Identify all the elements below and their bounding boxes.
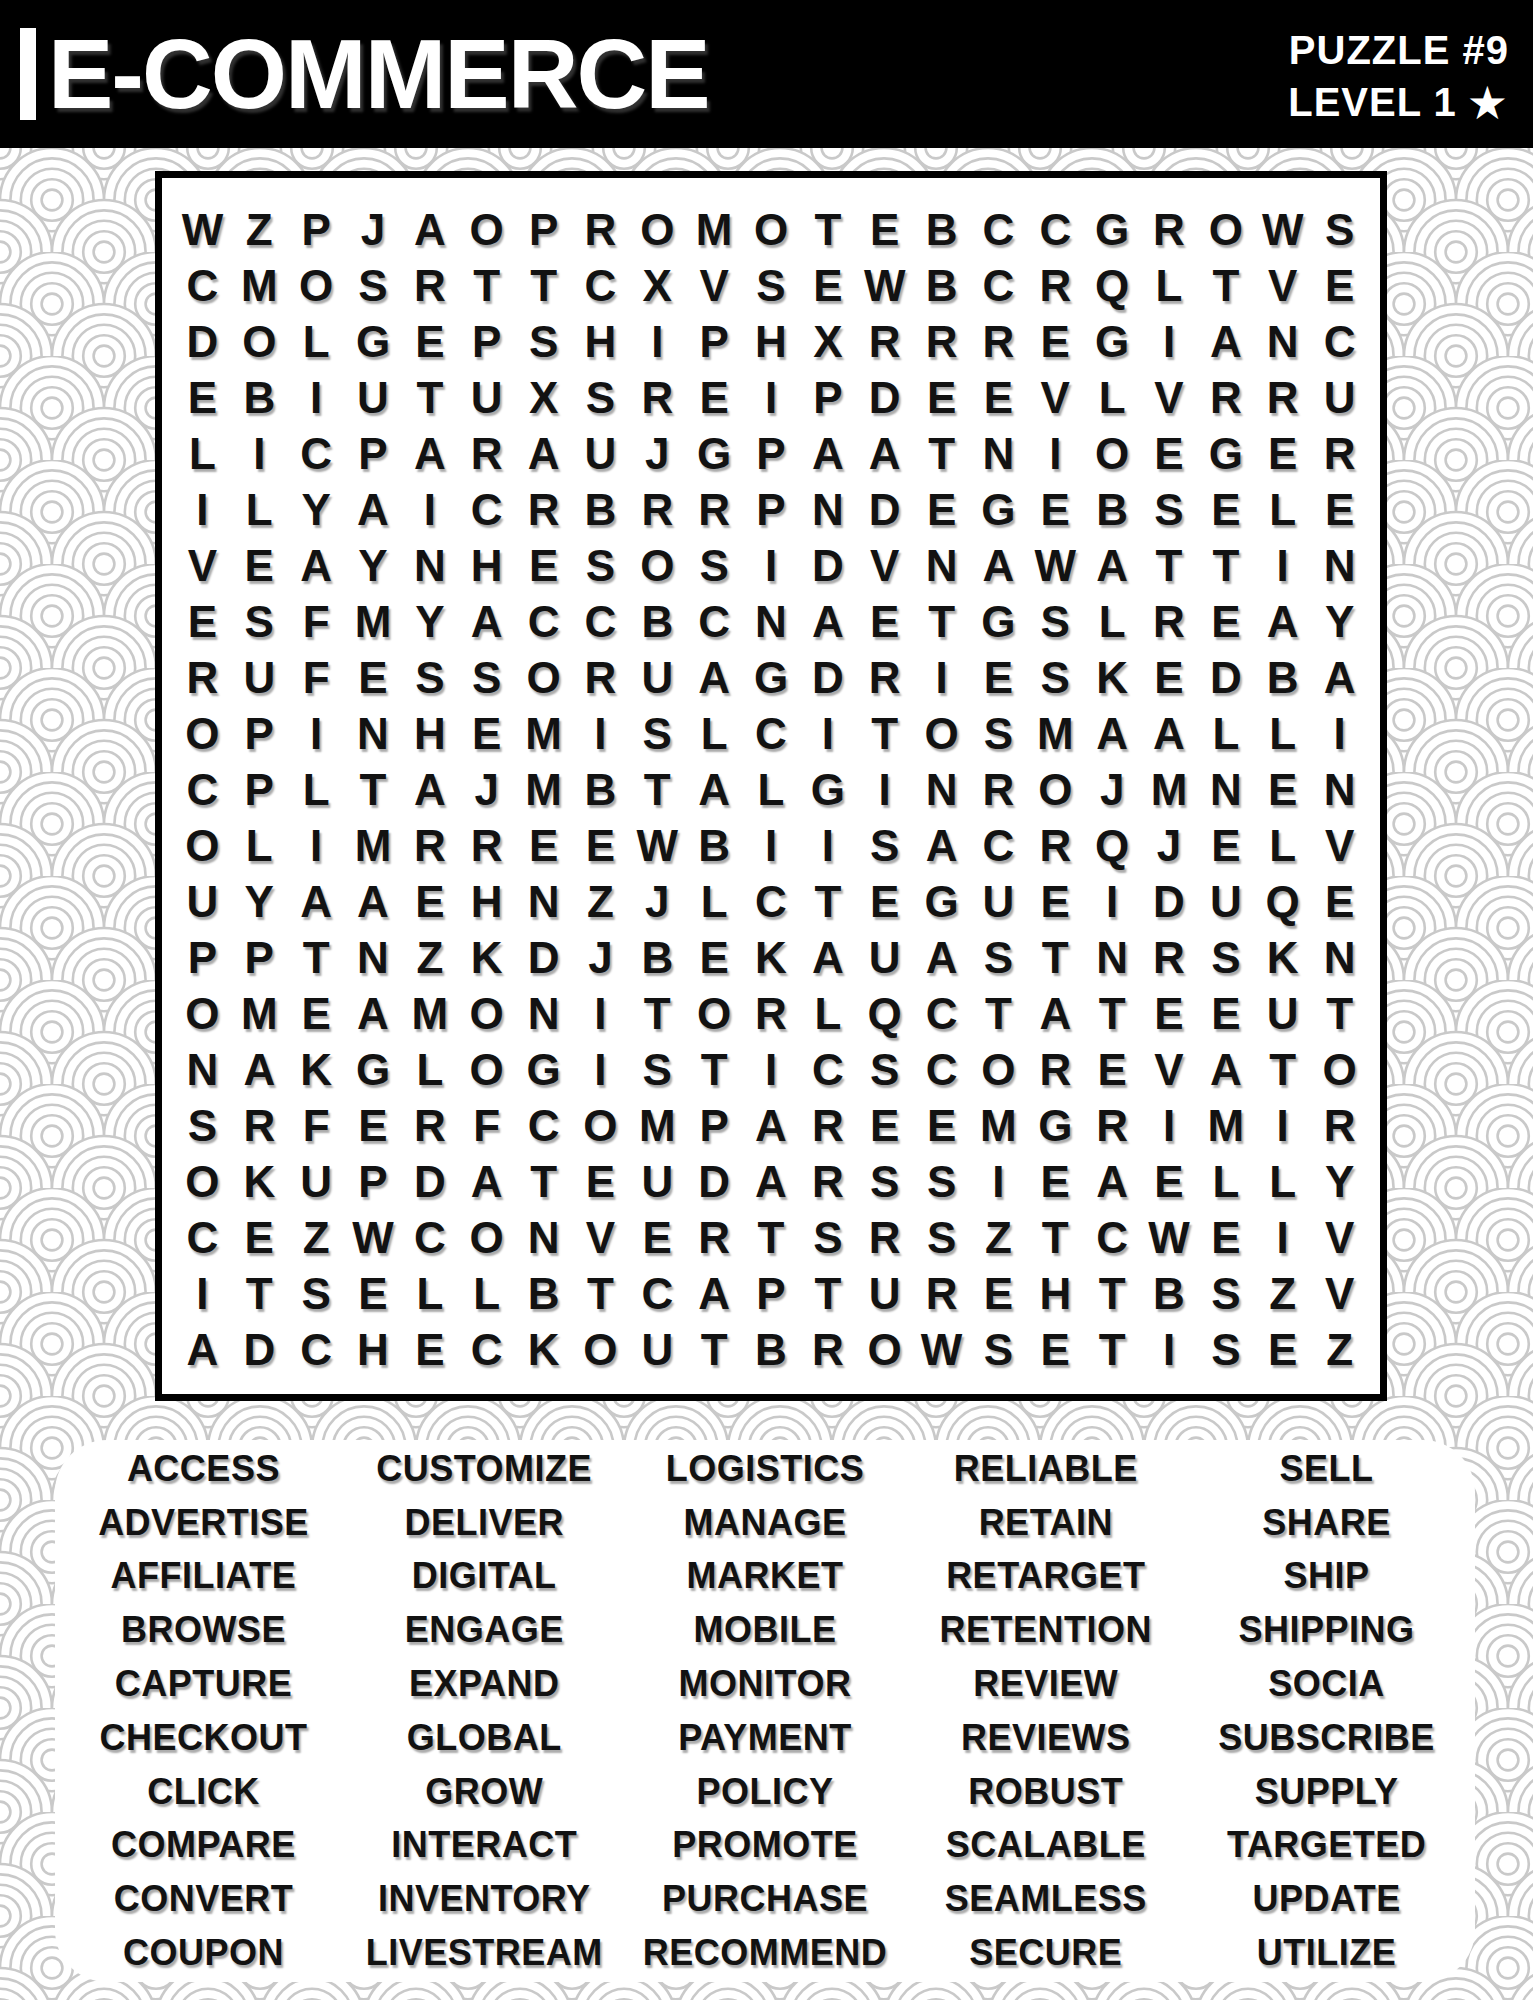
grid-cell-r18c18[interactable]: E — [1141, 1154, 1198, 1210]
grid-cell-r11c15[interactable]: R — [970, 762, 1027, 818]
grid-cell-r1c7[interactable]: P — [515, 202, 572, 258]
grid-cell-r19c14[interactable]: S — [913, 1210, 970, 1266]
grid-cell-r17c16[interactable]: G — [1027, 1098, 1084, 1154]
grid-cell-r18c21[interactable]: Y — [1311, 1154, 1368, 1210]
grid-cell-r19c6[interactable]: O — [458, 1210, 515, 1266]
grid-cell-r16c5[interactable]: L — [401, 1042, 458, 1098]
grid-cell-r20c16[interactable]: H — [1027, 1266, 1084, 1322]
grid-cell-r2c19[interactable]: T — [1197, 258, 1254, 314]
grid-cell-r1c9[interactable]: O — [629, 202, 686, 258]
grid-cell-r14c2[interactable]: P — [231, 930, 288, 986]
grid-cell-r9c9[interactable]: U — [629, 650, 686, 706]
grid-cell-r2c20[interactable]: V — [1254, 258, 1311, 314]
grid-cell-r6c8[interactable]: B — [572, 482, 629, 538]
grid-cell-r1c19[interactable]: O — [1197, 202, 1254, 258]
grid-cell-r16c18[interactable]: V — [1141, 1042, 1198, 1098]
grid-cell-r8c16[interactable]: S — [1027, 594, 1084, 650]
grid-cell-r8c19[interactable]: E — [1197, 594, 1254, 650]
grid-cell-r10c20[interactable]: L — [1254, 706, 1311, 762]
grid-cell-r21c4[interactable]: H — [345, 1322, 402, 1378]
grid-cell-r15c10[interactable]: O — [686, 986, 743, 1042]
grid-cell-r11c13[interactable]: I — [856, 762, 913, 818]
grid-cell-r2c8[interactable]: C — [572, 258, 629, 314]
grid-cell-r12c16[interactable]: R — [1027, 818, 1084, 874]
grid-cell-r9c21[interactable]: A — [1311, 650, 1368, 706]
grid-cell-r10c15[interactable]: S — [970, 706, 1027, 762]
grid-cell-r17c7[interactable]: C — [515, 1098, 572, 1154]
grid-cell-r19c19[interactable]: E — [1197, 1210, 1254, 1266]
grid-cell-r5c10[interactable]: G — [686, 426, 743, 482]
grid-cell-r21c9[interactable]: U — [629, 1322, 686, 1378]
grid-cell-r3c1[interactable]: D — [174, 314, 231, 370]
grid-cell-r13c8[interactable]: Z — [572, 874, 629, 930]
grid-cell-r20c13[interactable]: U — [856, 1266, 913, 1322]
grid-cell-r13c1[interactable]: U — [174, 874, 231, 930]
grid-cell-r10c1[interactable]: O — [174, 706, 231, 762]
grid-cell-r6c7[interactable]: R — [515, 482, 572, 538]
grid-cell-r20c12[interactable]: T — [799, 1266, 856, 1322]
grid-cell-r11c19[interactable]: N — [1197, 762, 1254, 818]
grid-cell-r16c6[interactable]: O — [458, 1042, 515, 1098]
grid-cell-r16c15[interactable]: O — [970, 1042, 1027, 1098]
grid-cell-r11c9[interactable]: T — [629, 762, 686, 818]
grid-cell-r10c10[interactable]: L — [686, 706, 743, 762]
grid-cell-r3c9[interactable]: I — [629, 314, 686, 370]
grid-cell-r4c20[interactable]: R — [1254, 370, 1311, 426]
grid-cell-r3c15[interactable]: R — [970, 314, 1027, 370]
grid-cell-r14c8[interactable]: J — [572, 930, 629, 986]
grid-cell-r6c14[interactable]: E — [913, 482, 970, 538]
grid-cell-r21c14[interactable]: W — [913, 1322, 970, 1378]
grid-cell-r6c5[interactable]: I — [401, 482, 458, 538]
grid-cell-r20c9[interactable]: C — [629, 1266, 686, 1322]
grid-cell-r15c13[interactable]: Q — [856, 986, 913, 1042]
grid-cell-r17c17[interactable]: R — [1084, 1098, 1141, 1154]
grid-cell-r19c5[interactable]: C — [401, 1210, 458, 1266]
grid-cell-r17c4[interactable]: E — [345, 1098, 402, 1154]
grid-cell-r6c12[interactable]: N — [799, 482, 856, 538]
grid-cell-r16c19[interactable]: A — [1197, 1042, 1254, 1098]
grid-cell-r3c6[interactable]: P — [458, 314, 515, 370]
grid-cell-r2c21[interactable]: E — [1311, 258, 1368, 314]
grid-cell-r21c12[interactable]: R — [799, 1322, 856, 1378]
grid-cell-r10c7[interactable]: M — [515, 706, 572, 762]
grid-cell-r7c20[interactable]: I — [1254, 538, 1311, 594]
grid-cell-r1c18[interactable]: R — [1141, 202, 1198, 258]
grid-cell-r6c1[interactable]: I — [174, 482, 231, 538]
grid-cell-r17c21[interactable]: R — [1311, 1098, 1368, 1154]
grid-cell-r8c2[interactable]: S — [231, 594, 288, 650]
grid-cell-r13c18[interactable]: D — [1141, 874, 1198, 930]
grid-cell-r21c19[interactable]: S — [1197, 1322, 1254, 1378]
grid-cell-r5c1[interactable]: L — [174, 426, 231, 482]
grid-cell-r12c18[interactable]: J — [1141, 818, 1198, 874]
grid-cell-r18c7[interactable]: T — [515, 1154, 572, 1210]
grid-cell-r6c3[interactable]: Y — [288, 482, 345, 538]
grid-cell-r20c1[interactable]: I — [174, 1266, 231, 1322]
grid-cell-r11c14[interactable]: N — [913, 762, 970, 818]
grid-cell-r3c7[interactable]: S — [515, 314, 572, 370]
grid-cell-r21c15[interactable]: S — [970, 1322, 1027, 1378]
grid-cell-r8c8[interactable]: C — [572, 594, 629, 650]
grid-cell-r11c10[interactable]: A — [686, 762, 743, 818]
grid-cell-r17c6[interactable]: F — [458, 1098, 515, 1154]
grid-cell-r8c11[interactable]: N — [743, 594, 800, 650]
grid-cell-r6c6[interactable]: C — [458, 482, 515, 538]
grid-cell-r17c12[interactable]: R — [799, 1098, 856, 1154]
grid-cell-r18c2[interactable]: K — [231, 1154, 288, 1210]
grid-cell-r20c2[interactable]: T — [231, 1266, 288, 1322]
grid-cell-r8c20[interactable]: A — [1254, 594, 1311, 650]
grid-cell-r6c18[interactable]: S — [1141, 482, 1198, 538]
grid-cell-r5c9[interactable]: J — [629, 426, 686, 482]
grid-cell-r17c18[interactable]: I — [1141, 1098, 1198, 1154]
grid-cell-r2c11[interactable]: S — [743, 258, 800, 314]
grid-cell-r14c7[interactable]: D — [515, 930, 572, 986]
grid-cell-r5c5[interactable]: A — [401, 426, 458, 482]
grid-cell-r21c20[interactable]: E — [1254, 1322, 1311, 1378]
grid-cell-r1c15[interactable]: C — [970, 202, 1027, 258]
grid-cell-r21c5[interactable]: E — [401, 1322, 458, 1378]
grid-cell-r9c16[interactable]: S — [1027, 650, 1084, 706]
grid-cell-r17c1[interactable]: S — [174, 1098, 231, 1154]
grid-cell-r3c8[interactable]: H — [572, 314, 629, 370]
grid-cell-r17c3[interactable]: F — [288, 1098, 345, 1154]
grid-cell-r9c5[interactable]: S — [401, 650, 458, 706]
grid-cell-r4c21[interactable]: U — [1311, 370, 1368, 426]
grid-cell-r6c13[interactable]: D — [856, 482, 913, 538]
grid-cell-r7c12[interactable]: D — [799, 538, 856, 594]
grid-cell-r5c19[interactable]: G — [1197, 426, 1254, 482]
grid-cell-r12c14[interactable]: A — [913, 818, 970, 874]
grid-cell-r9c10[interactable]: A — [686, 650, 743, 706]
grid-cell-r12c17[interactable]: Q — [1084, 818, 1141, 874]
grid-cell-r7c21[interactable]: N — [1311, 538, 1368, 594]
grid-cell-r4c3[interactable]: I — [288, 370, 345, 426]
grid-cell-r10c16[interactable]: M — [1027, 706, 1084, 762]
grid-cell-r5c8[interactable]: U — [572, 426, 629, 482]
grid-cell-r8c6[interactable]: A — [458, 594, 515, 650]
grid-cell-r2c18[interactable]: L — [1141, 258, 1198, 314]
grid-cell-r3c17[interactable]: G — [1084, 314, 1141, 370]
grid-cell-r8c7[interactable]: C — [515, 594, 572, 650]
grid-cell-r20c14[interactable]: R — [913, 1266, 970, 1322]
grid-cell-r15c20[interactable]: U — [1254, 986, 1311, 1042]
grid-cell-r10c19[interactable]: L — [1197, 706, 1254, 762]
grid-cell-r18c4[interactable]: P — [345, 1154, 402, 1210]
grid-cell-r3c19[interactable]: A — [1197, 314, 1254, 370]
grid-cell-r5c4[interactable]: P — [345, 426, 402, 482]
grid-cell-r14c19[interactable]: S — [1197, 930, 1254, 986]
grid-cell-r11c18[interactable]: M — [1141, 762, 1198, 818]
grid-cell-r20c8[interactable]: T — [572, 1266, 629, 1322]
grid-cell-r2c2[interactable]: M — [231, 258, 288, 314]
grid-cell-r17c14[interactable]: E — [913, 1098, 970, 1154]
grid-cell-r5c11[interactable]: P — [743, 426, 800, 482]
grid-cell-r20c6[interactable]: L — [458, 1266, 515, 1322]
grid-cell-r15c3[interactable]: E — [288, 986, 345, 1042]
grid-cell-r2c4[interactable]: S — [345, 258, 402, 314]
grid-cell-r15c1[interactable]: O — [174, 986, 231, 1042]
grid-cell-r1c11[interactable]: O — [743, 202, 800, 258]
grid-cell-r13c21[interactable]: E — [1311, 874, 1368, 930]
grid-cell-r10c14[interactable]: O — [913, 706, 970, 762]
grid-cell-r2c5[interactable]: R — [401, 258, 458, 314]
grid-cell-r4c15[interactable]: E — [970, 370, 1027, 426]
grid-cell-r19c2[interactable]: E — [231, 1210, 288, 1266]
grid-cell-r7c7[interactable]: E — [515, 538, 572, 594]
grid-cell-r21c11[interactable]: B — [743, 1322, 800, 1378]
grid-cell-r6c10[interactable]: R — [686, 482, 743, 538]
grid-cell-r12c5[interactable]: R — [401, 818, 458, 874]
grid-cell-r10c3[interactable]: I — [288, 706, 345, 762]
grid-cell-r6c2[interactable]: L — [231, 482, 288, 538]
grid-cell-r8c4[interactable]: M — [345, 594, 402, 650]
grid-cell-r1c14[interactable]: B — [913, 202, 970, 258]
grid-cell-r9c18[interactable]: E — [1141, 650, 1198, 706]
grid-cell-r19c13[interactable]: R — [856, 1210, 913, 1266]
grid-cell-r1c4[interactable]: J — [345, 202, 402, 258]
grid-cell-r17c19[interactable]: M — [1197, 1098, 1254, 1154]
grid-cell-r19c11[interactable]: T — [743, 1210, 800, 1266]
grid-cell-r4c17[interactable]: L — [1084, 370, 1141, 426]
grid-cell-r21c17[interactable]: T — [1084, 1322, 1141, 1378]
grid-cell-r21c6[interactable]: C — [458, 1322, 515, 1378]
grid-cell-r4c16[interactable]: V — [1027, 370, 1084, 426]
grid-cell-r14c20[interactable]: K — [1254, 930, 1311, 986]
grid-cell-r4c4[interactable]: U — [345, 370, 402, 426]
grid-cell-r21c8[interactable]: O — [572, 1322, 629, 1378]
grid-cell-r7c15[interactable]: A — [970, 538, 1027, 594]
grid-cell-r3c10[interactable]: P — [686, 314, 743, 370]
grid-cell-r1c16[interactable]: C — [1027, 202, 1084, 258]
grid-cell-r9c1[interactable]: R — [174, 650, 231, 706]
grid-cell-r14c21[interactable]: N — [1311, 930, 1368, 986]
grid-cell-r3c18[interactable]: I — [1141, 314, 1198, 370]
grid-cell-r19c10[interactable]: R — [686, 1210, 743, 1266]
grid-cell-r20c19[interactable]: S — [1197, 1266, 1254, 1322]
grid-cell-r7c14[interactable]: N — [913, 538, 970, 594]
grid-cell-r7c19[interactable]: T — [1197, 538, 1254, 594]
grid-cell-r7c8[interactable]: S — [572, 538, 629, 594]
grid-cell-r7c18[interactable]: T — [1141, 538, 1198, 594]
grid-cell-r11c3[interactable]: L — [288, 762, 345, 818]
grid-cell-r4c2[interactable]: B — [231, 370, 288, 426]
grid-cell-r7c6[interactable]: H — [458, 538, 515, 594]
grid-cell-r13c3[interactable]: A — [288, 874, 345, 930]
grid-cell-r16c17[interactable]: E — [1084, 1042, 1141, 1098]
grid-cell-r2c6[interactable]: T — [458, 258, 515, 314]
grid-cell-r14c5[interactable]: Z — [401, 930, 458, 986]
grid-cell-r8c13[interactable]: E — [856, 594, 913, 650]
grid-cell-r11c1[interactable]: C — [174, 762, 231, 818]
grid-cell-r4c19[interactable]: R — [1197, 370, 1254, 426]
grid-cell-r8c12[interactable]: A — [799, 594, 856, 650]
grid-cell-r16c2[interactable]: A — [231, 1042, 288, 1098]
grid-cell-r17c10[interactable]: P — [686, 1098, 743, 1154]
grid-cell-r21c18[interactable]: I — [1141, 1322, 1198, 1378]
grid-cell-r11c17[interactable]: J — [1084, 762, 1141, 818]
grid-cell-r14c16[interactable]: T — [1027, 930, 1084, 986]
grid-cell-r18c1[interactable]: O — [174, 1154, 231, 1210]
grid-cell-r5c16[interactable]: I — [1027, 426, 1084, 482]
grid-cell-r12c7[interactable]: E — [515, 818, 572, 874]
grid-cell-r21c21[interactable]: Z — [1311, 1322, 1368, 1378]
grid-cell-r11c16[interactable]: O — [1027, 762, 1084, 818]
grid-cell-r16c11[interactable]: I — [743, 1042, 800, 1098]
grid-cell-r18c10[interactable]: D — [686, 1154, 743, 1210]
grid-cell-r15c5[interactable]: M — [401, 986, 458, 1042]
grid-cell-r15c7[interactable]: N — [515, 986, 572, 1042]
grid-cell-r19c8[interactable]: V — [572, 1210, 629, 1266]
grid-cell-r3c3[interactable]: L — [288, 314, 345, 370]
grid-cell-r13c2[interactable]: Y — [231, 874, 288, 930]
grid-cell-r15c17[interactable]: T — [1084, 986, 1141, 1042]
grid-cell-r4c8[interactable]: S — [572, 370, 629, 426]
grid-cell-r1c5[interactable]: A — [401, 202, 458, 258]
grid-cell-r9c13[interactable]: R — [856, 650, 913, 706]
grid-cell-r12c21[interactable]: V — [1311, 818, 1368, 874]
grid-cell-r18c19[interactable]: L — [1197, 1154, 1254, 1210]
grid-cell-r18c3[interactable]: U — [288, 1154, 345, 1210]
grid-cell-r15c14[interactable]: C — [913, 986, 970, 1042]
grid-cell-r16c12[interactable]: C — [799, 1042, 856, 1098]
grid-cell-r14c10[interactable]: E — [686, 930, 743, 986]
grid-cell-r6c9[interactable]: R — [629, 482, 686, 538]
grid-cell-r7c1[interactable]: V — [174, 538, 231, 594]
grid-cell-r12c8[interactable]: E — [572, 818, 629, 874]
grid-cell-r19c7[interactable]: N — [515, 1210, 572, 1266]
grid-cell-r5c18[interactable]: E — [1141, 426, 1198, 482]
grid-cell-r2c7[interactable]: T — [515, 258, 572, 314]
grid-cell-r3c16[interactable]: E — [1027, 314, 1084, 370]
grid-cell-r21c10[interactable]: T — [686, 1322, 743, 1378]
grid-cell-r13c14[interactable]: G — [913, 874, 970, 930]
grid-cell-r5c15[interactable]: N — [970, 426, 1027, 482]
grid-cell-r18c11[interactable]: A — [743, 1154, 800, 1210]
grid-cell-r10c2[interactable]: P — [231, 706, 288, 762]
grid-cell-r6c16[interactable]: E — [1027, 482, 1084, 538]
grid-cell-r15c19[interactable]: E — [1197, 986, 1254, 1042]
grid-cell-r4c14[interactable]: E — [913, 370, 970, 426]
grid-cell-r7c17[interactable]: A — [1084, 538, 1141, 594]
grid-cell-r16c1[interactable]: N — [174, 1042, 231, 1098]
grid-cell-r11c21[interactable]: N — [1311, 762, 1368, 818]
grid-cell-r10c17[interactable]: A — [1084, 706, 1141, 762]
grid-cell-r14c12[interactable]: A — [799, 930, 856, 986]
grid-cell-r10c9[interactable]: S — [629, 706, 686, 762]
grid-cell-r3c12[interactable]: X — [799, 314, 856, 370]
grid-cell-r19c9[interactable]: E — [629, 1210, 686, 1266]
grid-cell-r2c16[interactable]: R — [1027, 258, 1084, 314]
grid-cell-r21c1[interactable]: A — [174, 1322, 231, 1378]
grid-cell-r10c12[interactable]: I — [799, 706, 856, 762]
grid-cell-r12c3[interactable]: I — [288, 818, 345, 874]
grid-cell-r14c14[interactable]: A — [913, 930, 970, 986]
grid-cell-r18c17[interactable]: A — [1084, 1154, 1141, 1210]
grid-cell-r6c19[interactable]: E — [1197, 482, 1254, 538]
grid-cell-r17c2[interactable]: R — [231, 1098, 288, 1154]
grid-cell-r15c15[interactable]: T — [970, 986, 1027, 1042]
grid-cell-r16c3[interactable]: K — [288, 1042, 345, 1098]
grid-cell-r2c12[interactable]: E — [799, 258, 856, 314]
grid-cell-r2c14[interactable]: B — [913, 258, 970, 314]
grid-cell-r12c20[interactable]: L — [1254, 818, 1311, 874]
grid-cell-r7c10[interactable]: S — [686, 538, 743, 594]
grid-cell-r8c1[interactable]: E — [174, 594, 231, 650]
grid-cell-r1c12[interactable]: T — [799, 202, 856, 258]
grid-cell-r7c5[interactable]: N — [401, 538, 458, 594]
grid-cell-r13c7[interactable]: N — [515, 874, 572, 930]
grid-cell-r15c4[interactable]: A — [345, 986, 402, 1042]
grid-cell-r5c17[interactable]: O — [1084, 426, 1141, 482]
grid-cell-r15c9[interactable]: T — [629, 986, 686, 1042]
grid-cell-r8c5[interactable]: Y — [401, 594, 458, 650]
grid-cell-r20c20[interactable]: Z — [1254, 1266, 1311, 1322]
grid-cell-r18c5[interactable]: D — [401, 1154, 458, 1210]
grid-cell-r7c16[interactable]: W — [1027, 538, 1084, 594]
grid-cell-r3c20[interactable]: N — [1254, 314, 1311, 370]
grid-cell-r5c12[interactable]: A — [799, 426, 856, 482]
grid-cell-r13c12[interactable]: T — [799, 874, 856, 930]
grid-cell-r5c7[interactable]: A — [515, 426, 572, 482]
grid-cell-r4c1[interactable]: E — [174, 370, 231, 426]
grid-cell-r3c4[interactable]: G — [345, 314, 402, 370]
grid-cell-r12c13[interactable]: S — [856, 818, 913, 874]
grid-cell-r9c6[interactable]: S — [458, 650, 515, 706]
grid-cell-r8c3[interactable]: F — [288, 594, 345, 650]
grid-cell-r13c19[interactable]: U — [1197, 874, 1254, 930]
grid-cell-r5c3[interactable]: C — [288, 426, 345, 482]
grid-cell-r9c12[interactable]: D — [799, 650, 856, 706]
grid-cell-r19c4[interactable]: W — [345, 1210, 402, 1266]
grid-cell-r13c5[interactable]: E — [401, 874, 458, 930]
grid-cell-r15c11[interactable]: R — [743, 986, 800, 1042]
grid-cell-r20c21[interactable]: V — [1311, 1266, 1368, 1322]
grid-cell-r19c16[interactable]: T — [1027, 1210, 1084, 1266]
grid-cell-r20c4[interactable]: E — [345, 1266, 402, 1322]
grid-cell-r14c11[interactable]: K — [743, 930, 800, 986]
grid-cell-r12c11[interactable]: I — [743, 818, 800, 874]
grid-cell-r8c17[interactable]: L — [1084, 594, 1141, 650]
grid-cell-r3c11[interactable]: H — [743, 314, 800, 370]
grid-cell-r16c10[interactable]: T — [686, 1042, 743, 1098]
grid-cell-r18c8[interactable]: E — [572, 1154, 629, 1210]
grid-cell-r6c17[interactable]: B — [1084, 482, 1141, 538]
grid-cell-r8c18[interactable]: R — [1141, 594, 1198, 650]
grid-cell-r4c18[interactable]: V — [1141, 370, 1198, 426]
grid-cell-r6c20[interactable]: L — [1254, 482, 1311, 538]
grid-cell-r19c3[interactable]: Z — [288, 1210, 345, 1266]
grid-cell-r14c9[interactable]: B — [629, 930, 686, 986]
grid-cell-r6c11[interactable]: P — [743, 482, 800, 538]
grid-cell-r5c20[interactable]: E — [1254, 426, 1311, 482]
grid-cell-r8c15[interactable]: G — [970, 594, 1027, 650]
grid-cell-r13c10[interactable]: L — [686, 874, 743, 930]
grid-cell-r10c4[interactable]: N — [345, 706, 402, 762]
grid-cell-r9c15[interactable]: E — [970, 650, 1027, 706]
grid-cell-r20c7[interactable]: B — [515, 1266, 572, 1322]
grid-cell-r18c13[interactable]: S — [856, 1154, 913, 1210]
grid-cell-r1c21[interactable]: S — [1311, 202, 1368, 258]
grid-cell-r16c13[interactable]: S — [856, 1042, 913, 1098]
grid-cell-r2c9[interactable]: X — [629, 258, 686, 314]
grid-cell-r1c20[interactable]: W — [1254, 202, 1311, 258]
grid-cell-r19c12[interactable]: S — [799, 1210, 856, 1266]
grid-cell-r18c14[interactable]: S — [913, 1154, 970, 1210]
grid-cell-r19c21[interactable]: V — [1311, 1210, 1368, 1266]
grid-cell-r14c15[interactable]: S — [970, 930, 1027, 986]
